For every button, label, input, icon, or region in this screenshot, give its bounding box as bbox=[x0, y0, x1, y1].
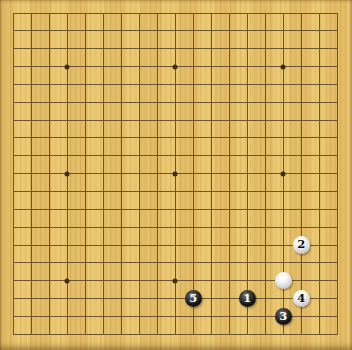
intersection-R6: 2 bbox=[292, 236, 310, 254]
intersection-L3: 5 bbox=[184, 290, 202, 308]
black-stone: 3 bbox=[275, 308, 292, 325]
move-number-label: 2 bbox=[297, 236, 305, 253]
white-stone: 2 bbox=[293, 236, 310, 253]
move-number-label: 1 bbox=[243, 289, 251, 306]
move-number-label: 3 bbox=[279, 307, 287, 324]
black-stone: 5 bbox=[185, 290, 202, 307]
intersection-O3: 1 bbox=[238, 290, 256, 308]
board-grid[interactable]: 12345 bbox=[4, 4, 346, 343]
white-stone bbox=[275, 272, 292, 289]
intersection-Q4 bbox=[274, 272, 292, 290]
black-stone: 1 bbox=[239, 290, 256, 307]
white-stone: 4 bbox=[293, 290, 310, 307]
go-diagram: 12345 bbox=[0, 0, 352, 350]
intersection-Q2: 3 bbox=[274, 308, 292, 326]
intersection-R3: 4 bbox=[292, 290, 310, 308]
move-number-label: 4 bbox=[297, 289, 305, 306]
go-board[interactable]: 12345 bbox=[0, 0, 352, 350]
move-number-label: 5 bbox=[189, 289, 197, 306]
